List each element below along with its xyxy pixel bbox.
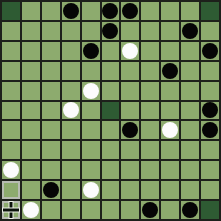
cell-r3c7[interactable] (141, 62, 159, 80)
cell-r8c9[interactable] (181, 161, 199, 179)
cell-r6c9[interactable] (181, 121, 199, 139)
black-stone (122, 122, 138, 138)
cell-r5c2[interactable] (42, 102, 60, 120)
cell-r1c4[interactable] (82, 22, 100, 40)
cell-r1c3[interactable] (62, 22, 80, 40)
cell-r10c7[interactable] (141, 201, 159, 219)
cell-r0c9[interactable] (181, 2, 199, 20)
cell-r10c10[interactable] (201, 201, 219, 219)
white-stone (83, 83, 99, 99)
cell-r5c5[interactable] (102, 102, 120, 120)
black-stone (122, 3, 138, 19)
black-stone (142, 202, 158, 218)
cell-r2c7[interactable] (141, 42, 159, 60)
cell-r4c3[interactable] (62, 82, 80, 100)
cell-r4c5[interactable] (102, 82, 120, 100)
white-stone (63, 102, 79, 118)
cell-r7c6[interactable] (121, 141, 139, 159)
cell-r0c2[interactable] (42, 2, 60, 20)
cell-r4c1[interactable] (22, 82, 40, 100)
cell-r5c1[interactable] (22, 102, 40, 120)
cell-r8c1[interactable] (22, 161, 40, 179)
cell-r0c0[interactable] (2, 2, 20, 20)
cell-r5c8[interactable] (161, 102, 179, 120)
cell-r9c7[interactable] (141, 181, 159, 199)
cell-r3c4[interactable] (82, 62, 100, 80)
cell-r8c3[interactable] (62, 161, 80, 179)
cell-r4c8[interactable] (161, 82, 179, 100)
cell-r6c8[interactable] (161, 121, 179, 139)
cell-r9c10[interactable] (201, 181, 219, 199)
cell-r8c6[interactable] (121, 161, 139, 179)
cell-r6c6[interactable] (121, 121, 139, 139)
cell-r8c8[interactable] (161, 161, 179, 179)
cell-r0c8[interactable] (161, 2, 179, 20)
cell-r9c5[interactable] (102, 181, 120, 199)
cell-r1c1[interactable] (22, 22, 40, 40)
cell-r10c6[interactable] (121, 201, 139, 219)
cell-r8c4[interactable] (82, 161, 100, 179)
corner-cross-icon (4, 203, 18, 217)
cell-r1c9[interactable] (181, 22, 199, 40)
white-stone (162, 122, 178, 138)
cell-r2c1[interactable] (22, 42, 40, 60)
cell-r4c9[interactable] (181, 82, 199, 100)
cell-r9c4[interactable] (82, 181, 100, 199)
cell-r10c0[interactable] (2, 201, 20, 219)
cell-r0c3[interactable] (62, 2, 80, 20)
cell-r10c1[interactable] (22, 201, 40, 219)
cell-r4c6[interactable] (121, 82, 139, 100)
cell-r9c1[interactable] (22, 181, 40, 199)
cell-r1c7[interactable] (141, 22, 159, 40)
cell-r2c3[interactable] (62, 42, 80, 60)
black-stone (43, 182, 59, 198)
black-stone (182, 202, 198, 218)
cell-r7c2[interactable] (42, 141, 60, 159)
cell-r2c9[interactable] (181, 42, 199, 60)
cell-r5c10[interactable] (201, 102, 219, 120)
cell-r3c1[interactable] (22, 62, 40, 80)
cell-r0c7[interactable] (141, 2, 159, 20)
cell-r3c10[interactable] (201, 62, 219, 80)
black-stone (83, 43, 99, 59)
cell-r2c10[interactable] (201, 42, 219, 60)
cell-r7c0[interactable] (2, 141, 20, 159)
cell-r9c9[interactable] (181, 181, 199, 199)
cell-r0c4[interactable] (82, 2, 100, 20)
cell-r9c8[interactable] (161, 181, 179, 199)
white-stone (122, 43, 138, 59)
black-stone (63, 3, 79, 19)
cell-r2c8[interactable] (161, 42, 179, 60)
cell-r5c7[interactable] (141, 102, 159, 120)
cell-r0c10[interactable] (201, 2, 219, 20)
cell-r9c3[interactable] (62, 181, 80, 199)
cell-r3c2[interactable] (42, 62, 60, 80)
cell-r1c6[interactable] (121, 22, 139, 40)
cell-r7c9[interactable] (181, 141, 199, 159)
cell-r0c6[interactable] (121, 2, 139, 20)
cell-r8c5[interactable] (102, 161, 120, 179)
cell-r7c1[interactable] (22, 141, 40, 159)
cell-r10c2[interactable] (42, 201, 60, 219)
black-stone (102, 3, 118, 19)
cell-r3c0[interactable] (2, 62, 20, 80)
cell-r2c2[interactable] (42, 42, 60, 60)
cell-r5c0[interactable] (2, 102, 20, 120)
black-stone (182, 23, 198, 39)
cell-r1c0[interactable] (2, 22, 20, 40)
cell-r4c0[interactable] (2, 82, 20, 100)
cell-r4c10[interactable] (201, 82, 219, 100)
cell-r4c4[interactable] (82, 82, 100, 100)
cell-r4c2[interactable] (42, 82, 60, 100)
cell-r2c0[interactable] (2, 42, 20, 60)
white-stone (83, 182, 99, 198)
cell-r6c2[interactable] (42, 121, 60, 139)
cell-r5c9[interactable] (181, 102, 199, 120)
board (0, 0, 221, 221)
black-stone (202, 122, 218, 138)
cell-r10c3[interactable] (62, 201, 80, 219)
cell-r2c4[interactable] (82, 42, 100, 60)
white-stone (23, 202, 39, 218)
cell-r5c3[interactable] (62, 102, 80, 120)
cell-r10c9[interactable] (181, 201, 199, 219)
cell-r6c0[interactable] (2, 121, 20, 139)
cell-r9c6[interactable] (121, 181, 139, 199)
cell-r5c4[interactable] (82, 102, 100, 120)
cell-r3c8[interactable] (161, 62, 179, 80)
cell-r7c5[interactable] (102, 141, 120, 159)
black-stone (162, 63, 178, 79)
cell-r1c10[interactable] (201, 22, 219, 40)
cell-r2c6[interactable] (121, 42, 139, 60)
cell-r3c6[interactable] (121, 62, 139, 80)
black-stone (102, 23, 118, 39)
cell-r2c5[interactable] (102, 42, 120, 60)
cell-r1c8[interactable] (161, 22, 179, 40)
cell-r7c3[interactable] (62, 141, 80, 159)
cell-r1c2[interactable] (42, 22, 60, 40)
cell-r4c7[interactable] (141, 82, 159, 100)
cell-r10c5[interactable] (102, 201, 120, 219)
cell-r9c2[interactable] (42, 181, 60, 199)
cell-r3c5[interactable] (102, 62, 120, 80)
cell-r6c3[interactable] (62, 121, 80, 139)
cell-r3c3[interactable] (62, 62, 80, 80)
cell-r10c4[interactable] (82, 201, 100, 219)
cell-r3c9[interactable] (181, 62, 199, 80)
cell-r7c4[interactable] (82, 141, 100, 159)
cell-r6c7[interactable] (141, 121, 159, 139)
cell-r0c5[interactable] (102, 2, 120, 20)
cell-r6c4[interactable] (82, 121, 100, 139)
cell-r9c0[interactable] (2, 181, 20, 199)
cell-r6c10[interactable] (201, 121, 219, 139)
cell-r8c0[interactable] (2, 161, 20, 179)
cell-r7c10[interactable] (201, 141, 219, 159)
cell-r5c6[interactable] (121, 102, 139, 120)
cell-r8c2[interactable] (42, 161, 60, 179)
cell-r7c7[interactable] (141, 141, 159, 159)
cell-r7c8[interactable] (161, 141, 179, 159)
cell-r6c1[interactable] (22, 121, 40, 139)
cell-r6c5[interactable] (102, 121, 120, 139)
cell-r8c7[interactable] (141, 161, 159, 179)
cell-r0c1[interactable] (22, 2, 40, 20)
white-stone (3, 162, 19, 178)
cell-r10c8[interactable] (161, 201, 179, 219)
cell-r8c10[interactable] (201, 161, 219, 179)
black-stone (202, 43, 218, 59)
black-stone (202, 102, 218, 118)
cell-r1c5[interactable] (102, 22, 120, 40)
